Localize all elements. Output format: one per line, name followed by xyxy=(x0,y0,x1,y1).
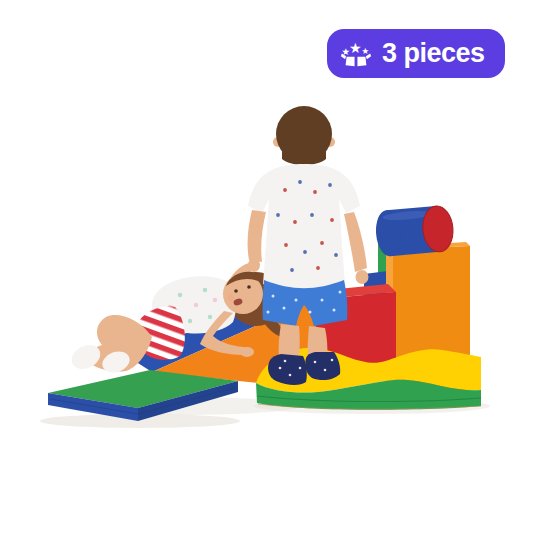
surprise-box-stars-icon: ★ ★ ★ xyxy=(339,37,373,71)
boy-right-arm xyxy=(248,210,266,262)
boy-left-arm xyxy=(344,212,367,272)
product-photo xyxy=(0,0,533,533)
svg-text:★: ★ xyxy=(349,40,361,56)
boy-sock-right xyxy=(305,352,340,380)
boy-left-leg xyxy=(279,324,300,359)
foam-cylinder xyxy=(374,205,455,258)
pieces-badge: ★ ★ ★ 3 pieces xyxy=(327,29,505,78)
boy-shirt xyxy=(248,164,360,292)
girl-sock-left xyxy=(68,340,105,374)
svg-text:★: ★ xyxy=(361,46,369,56)
product-image: ★ ★ ★ 3 pieces xyxy=(0,0,533,533)
pieces-badge-label: 3 pieces xyxy=(382,38,485,69)
